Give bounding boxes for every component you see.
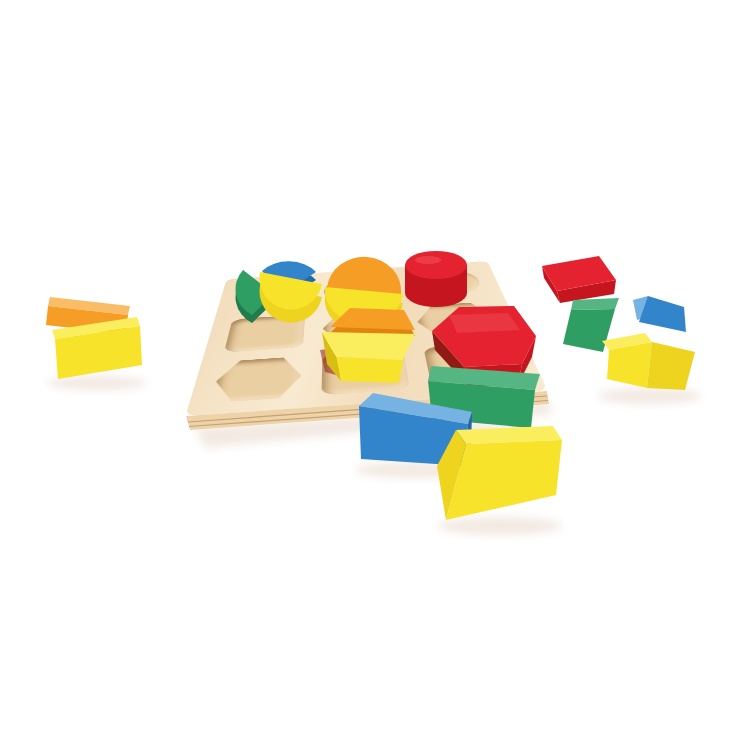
block-blue-right [633, 296, 686, 332]
yellow-trapezoid-front-face [336, 357, 403, 383]
piece-yellow-trapezoid [320, 332, 415, 383]
red-cylinder-highlight [415, 256, 441, 264]
right-blocks-shadow [598, 388, 702, 404]
yellow-block-shadow [438, 517, 562, 535]
red-hexagon-gloss [449, 313, 520, 333]
piece-red-cylinder [405, 251, 467, 307]
red-cylinder-top-face [405, 251, 467, 279]
block-yellow-square-right [602, 333, 695, 390]
circle-fraction-pieces-1 [236, 261, 322, 323]
green-square-top-face [571, 298, 619, 310]
yellow-trapezoid-top-face [322, 332, 415, 360]
product-photo-stage [0, 0, 750, 750]
block-red-right [542, 256, 616, 303]
yellow-square-front-right-face [647, 342, 695, 390]
blocks-overlay [0, 0, 750, 750]
block-yellow-rect-bottom [437, 426, 562, 520]
